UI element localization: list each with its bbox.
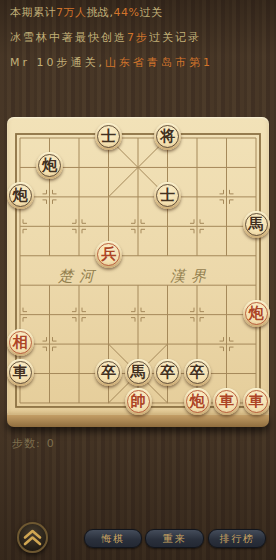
scroll-up-button[interactable] xyxy=(17,522,48,553)
piece-black-soldier[interactable]: 卒 xyxy=(95,359,122,386)
piece-red-cannon[interactable]: 炮 xyxy=(243,300,270,327)
piece-glyph: 車 xyxy=(7,359,34,386)
piece-glyph: 卒 xyxy=(154,359,181,386)
board-edge xyxy=(7,414,269,427)
piece-black-advisor[interactable]: 士 xyxy=(95,123,122,150)
challenge-info-panel: 本期累计7万人挑战,44%过关 冰雪林中著最快创造7步过关记录 Mr 10步通关… xyxy=(10,7,213,82)
piece-black-soldier[interactable]: 卒 xyxy=(154,359,181,386)
piece-black-cannon[interactable]: 炮 xyxy=(36,152,63,179)
piece-glyph: 炮 xyxy=(184,388,211,415)
river-label-chu: 楚河 xyxy=(44,267,114,285)
piece-glyph: 相 xyxy=(7,329,34,356)
piece-glyph: 卒 xyxy=(95,359,122,386)
piece-glyph: 馬 xyxy=(243,211,270,238)
piece-black-horse[interactable]: 馬 xyxy=(243,211,270,238)
river-label-han: 漢界 xyxy=(156,267,226,285)
undo-move-button[interactable]: 悔棋 xyxy=(84,529,142,548)
piece-glyph: 炮 xyxy=(243,300,270,327)
piece-glyph: 帥 xyxy=(125,388,152,415)
piece-red-soldier[interactable]: 兵 xyxy=(95,241,122,268)
piece-glyph: 馬 xyxy=(125,359,152,386)
piece-black-advisor[interactable]: 士 xyxy=(154,182,181,209)
challenge-stats-line: 本期累计7万人挑战,44%过关 xyxy=(10,7,213,19)
xiangqi-board[interactable]: 楚河 漢界 士将炮炮士馬兵炮相車卒馬卒卒帥炮車車 xyxy=(7,117,269,415)
piece-glyph: 士 xyxy=(95,123,122,150)
restart-button[interactable]: 重来 xyxy=(145,529,204,548)
leaderboard-button[interactable]: 排行榜 xyxy=(208,529,266,548)
piece-red-general[interactable]: 帥 xyxy=(125,388,152,415)
piece-black-general[interactable]: 将 xyxy=(154,123,181,150)
step-counter-value: 0 xyxy=(47,437,55,450)
record-line: 冰雪林中著最快创造7步过关记录 xyxy=(10,32,213,44)
piece-red-chariot[interactable]: 車 xyxy=(213,388,240,415)
step-counter: 步数:0 xyxy=(12,436,55,451)
piece-black-horse[interactable]: 馬 xyxy=(125,359,152,386)
piece-red-elephant[interactable]: 相 xyxy=(7,329,34,356)
piece-glyph: 卒 xyxy=(184,359,211,386)
piece-glyph: 将 xyxy=(154,123,181,150)
step-counter-label: 步数: xyxy=(12,437,41,450)
chevron-up-icon xyxy=(19,524,46,551)
piece-glyph: 炮 xyxy=(36,152,63,179)
piece-glyph: 士 xyxy=(154,182,181,209)
piece-black-chariot[interactable]: 車 xyxy=(7,359,34,386)
piece-glyph: 炮 xyxy=(7,182,34,209)
piece-red-cannon[interactable]: 炮 xyxy=(184,388,211,415)
piece-glyph: 兵 xyxy=(95,241,122,268)
piece-red-chariot[interactable]: 車 xyxy=(243,388,270,415)
piece-glyph: 車 xyxy=(213,388,240,415)
piece-black-soldier[interactable]: 卒 xyxy=(184,359,211,386)
piece-glyph: 車 xyxy=(243,388,270,415)
piece-black-cannon[interactable]: 炮 xyxy=(7,182,34,209)
top-player-line: Mr 10步通关,山东省青岛市第1 xyxy=(10,57,213,69)
